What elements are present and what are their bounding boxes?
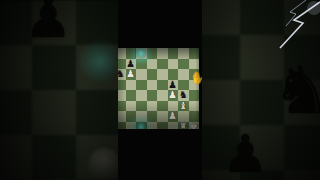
- square-c5: [136, 80, 147, 91]
- square-e3: [157, 101, 168, 112]
- square-f6: [168, 69, 179, 80]
- square-e5: [157, 80, 168, 91]
- square-g8: [178, 48, 189, 59]
- square-e2: [157, 111, 168, 122]
- background-strip-right: ♞ ♟: [202, 0, 320, 180]
- square-e6: [157, 69, 168, 80]
- square-b3: [126, 101, 137, 112]
- piece-white-bishop-g3: ♝: [178, 101, 189, 112]
- square-b5: [126, 80, 137, 91]
- piece-white-pawn-f2: ♟: [168, 111, 179, 122]
- square-a2: [118, 111, 126, 122]
- left-vignette: [0, 0, 118, 180]
- chess-board: ♟♞♟♟♟♞♝♟♜♚✋: [118, 48, 199, 132]
- square-a8: [118, 48, 126, 59]
- square-g6: [178, 69, 189, 80]
- piece-black-knight-g4: ♞: [178, 90, 189, 101]
- square-e7: [157, 59, 168, 70]
- letterbox-top: [118, 0, 202, 48]
- letterbox-bottom: [118, 129, 202, 180]
- square-b2: [126, 111, 137, 122]
- video-center-strip[interactable]: ♟♞♟♟♟♞♝♟♜♚✋: [118, 0, 202, 180]
- hand-overlay-icon: ✋: [189, 71, 202, 85]
- square-d3: [147, 101, 158, 112]
- square-a3: [118, 101, 126, 112]
- square-h3: [189, 101, 200, 112]
- square-c4: [136, 90, 147, 101]
- piece-black-knight-a6: ♞: [118, 69, 126, 80]
- square-f8: [168, 48, 179, 59]
- square-d4: [147, 90, 158, 101]
- video-frame[interactable]: { "game": "chess", "app_context": "verti…: [0, 0, 320, 180]
- square-c6: [136, 69, 147, 80]
- square-c3: [136, 101, 147, 112]
- square-g2: [178, 111, 189, 122]
- square-d6: [147, 69, 158, 80]
- square-a5: [118, 80, 126, 91]
- square-d2: [147, 111, 158, 122]
- piece-white-pawn-f4: ♟: [168, 90, 179, 101]
- square-c7: [136, 59, 147, 70]
- portal-glow-c8: [135, 47, 147, 59]
- square-c2: [136, 111, 147, 122]
- square-h8: [189, 48, 200, 59]
- square-a4: [118, 90, 126, 101]
- square-g7: [178, 59, 189, 70]
- piece-white-pawn-b6: ♟: [126, 69, 137, 80]
- square-d7: [147, 59, 158, 70]
- background-strip-left: ♟: [0, 0, 118, 180]
- square-e4: [157, 90, 168, 101]
- square-b4: [126, 90, 137, 101]
- square-h2: [189, 111, 200, 122]
- square-h4: [189, 90, 200, 101]
- square-d8: [147, 48, 158, 59]
- right-vignette: [202, 0, 320, 180]
- square-e8: [157, 48, 168, 59]
- square-f7: [168, 59, 179, 70]
- square-d5: [147, 80, 158, 91]
- square-h7: [189, 59, 200, 70]
